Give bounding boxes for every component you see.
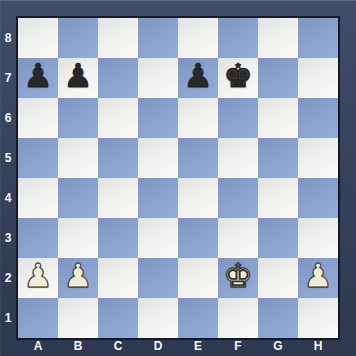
square-c4[interactable] xyxy=(98,178,138,218)
square-c7[interactable] xyxy=(98,58,138,98)
square-a3[interactable] xyxy=(18,218,58,258)
square-d3[interactable] xyxy=(138,218,178,258)
square-f8[interactable] xyxy=(218,18,258,58)
file-label-g: G xyxy=(258,338,298,356)
file-label-d: D xyxy=(138,338,178,356)
square-b1[interactable] xyxy=(58,298,98,338)
square-b6[interactable] xyxy=(58,98,98,138)
square-h2[interactable]: ♟ xyxy=(298,258,338,298)
square-b2[interactable]: ♟ xyxy=(58,258,98,298)
square-d8[interactable] xyxy=(138,18,178,58)
square-b3[interactable] xyxy=(58,218,98,258)
square-e1[interactable] xyxy=(178,298,218,338)
square-g5[interactable] xyxy=(258,138,298,178)
file-labels: ABCDEFGH xyxy=(18,338,338,356)
piece-black-pawn-b7[interactable]: ♟ xyxy=(63,56,93,96)
square-c2[interactable] xyxy=(98,258,138,298)
rank-label-4: 4 xyxy=(0,178,16,218)
piece-white-pawn-b2[interactable]: ♟ xyxy=(63,256,93,296)
square-f7[interactable]: ♚ xyxy=(218,58,258,98)
square-c5[interactable] xyxy=(98,138,138,178)
square-g6[interactable] xyxy=(258,98,298,138)
square-f4[interactable] xyxy=(218,178,258,218)
square-e2[interactable] xyxy=(178,258,218,298)
square-e5[interactable] xyxy=(178,138,218,178)
square-b7[interactable]: ♟ xyxy=(58,58,98,98)
square-h4[interactable] xyxy=(298,178,338,218)
file-label-c: C xyxy=(98,338,138,356)
square-c6[interactable] xyxy=(98,98,138,138)
square-a8[interactable] xyxy=(18,18,58,58)
square-h8[interactable] xyxy=(298,18,338,58)
square-a7[interactable]: ♟ xyxy=(18,58,58,98)
square-c8[interactable] xyxy=(98,18,138,58)
square-h1[interactable] xyxy=(298,298,338,338)
rank-labels: 87654321 xyxy=(0,18,16,338)
square-d6[interactable] xyxy=(138,98,178,138)
square-e7[interactable]: ♟ xyxy=(178,58,218,98)
square-f1[interactable] xyxy=(218,298,258,338)
rank-label-3: 3 xyxy=(0,218,16,258)
rank-label-8: 8 xyxy=(0,18,16,58)
square-b4[interactable] xyxy=(58,178,98,218)
rank-label-1: 1 xyxy=(0,298,16,338)
square-a5[interactable] xyxy=(18,138,58,178)
square-d5[interactable] xyxy=(138,138,178,178)
square-g7[interactable] xyxy=(258,58,298,98)
piece-black-pawn-a7[interactable]: ♟ xyxy=(23,56,53,96)
square-f3[interactable] xyxy=(218,218,258,258)
piece-black-king-f7[interactable]: ♚ xyxy=(223,56,253,96)
file-label-a: A xyxy=(18,338,58,356)
square-a6[interactable] xyxy=(18,98,58,138)
square-h5[interactable] xyxy=(298,138,338,178)
square-f5[interactable] xyxy=(218,138,258,178)
square-d7[interactable] xyxy=(138,58,178,98)
file-label-e: E xyxy=(178,338,218,356)
square-d4[interactable] xyxy=(138,178,178,218)
square-g4[interactable] xyxy=(258,178,298,218)
square-g1[interactable] xyxy=(258,298,298,338)
square-f6[interactable] xyxy=(218,98,258,138)
chess-board: ♟♟♟♚♟♟♚♟ xyxy=(16,16,340,340)
square-g3[interactable] xyxy=(258,218,298,258)
square-c1[interactable] xyxy=(98,298,138,338)
piece-white-pawn-h2[interactable]: ♟ xyxy=(303,256,333,296)
square-c3[interactable] xyxy=(98,218,138,258)
square-f2[interactable]: ♚ xyxy=(218,258,258,298)
square-d1[interactable] xyxy=(138,298,178,338)
rank-label-7: 7 xyxy=(0,58,16,98)
square-b8[interactable] xyxy=(58,18,98,58)
square-h3[interactable] xyxy=(298,218,338,258)
square-a4[interactable] xyxy=(18,178,58,218)
rank-label-2: 2 xyxy=(0,258,16,298)
square-b5[interactable] xyxy=(58,138,98,178)
file-label-b: B xyxy=(58,338,98,356)
square-a2[interactable]: ♟ xyxy=(18,258,58,298)
rank-label-6: 6 xyxy=(0,98,16,138)
rank-label-5: 5 xyxy=(0,138,16,178)
square-e8[interactable] xyxy=(178,18,218,58)
square-a1[interactable] xyxy=(18,298,58,338)
square-g2[interactable] xyxy=(258,258,298,298)
piece-white-king-f2[interactable]: ♚ xyxy=(223,256,253,296)
file-label-h: H xyxy=(298,338,338,356)
piece-black-pawn-e7[interactable]: ♟ xyxy=(183,56,213,96)
square-e6[interactable] xyxy=(178,98,218,138)
piece-white-pawn-a2[interactable]: ♟ xyxy=(23,256,53,296)
square-h6[interactable] xyxy=(298,98,338,138)
square-e4[interactable] xyxy=(178,178,218,218)
file-label-f: F xyxy=(218,338,258,356)
square-e3[interactable] xyxy=(178,218,218,258)
square-h7[interactable] xyxy=(298,58,338,98)
square-d2[interactable] xyxy=(138,258,178,298)
square-g8[interactable] xyxy=(258,18,298,58)
chess-board-frame: 87654321 ♟♟♟♚♟♟♚♟ ABCDEFGH xyxy=(0,0,356,356)
